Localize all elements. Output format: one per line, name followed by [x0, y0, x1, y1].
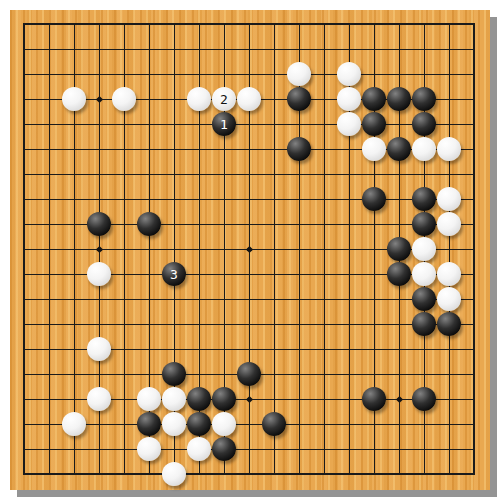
intersection-5-17[interactable]: ○ — [137, 437, 162, 462]
intersection-8-13[interactable] — [212, 337, 237, 362]
intersection-6-1[interactable] — [162, 37, 187, 62]
intersection-3-15[interactable]: ○ — [87, 387, 112, 412]
intersection-7-8[interactable] — [187, 212, 212, 237]
intersection-14-6[interactable] — [362, 162, 387, 187]
intersection-8-17[interactable]: ● — [212, 437, 237, 462]
intersection-1-5[interactable] — [37, 137, 62, 162]
intersection-15-8[interactable] — [387, 212, 412, 237]
intersection-10-1[interactable] — [262, 37, 287, 62]
intersection-3-4[interactable] — [87, 112, 112, 137]
intersection-3-6[interactable] — [87, 162, 112, 187]
intersection-6-15[interactable]: ○ — [162, 387, 187, 412]
intersection-4-1[interactable] — [112, 37, 137, 62]
intersection-8-9[interactable] — [212, 237, 237, 262]
intersection-1-16[interactable] — [37, 412, 62, 437]
intersection-3-16[interactable] — [87, 412, 112, 437]
intersection-16-12[interactable]: ● — [412, 312, 437, 337]
intersection-10-7[interactable] — [262, 187, 287, 212]
intersection-18-7[interactable] — [462, 187, 487, 212]
intersection-2-9[interactable] — [62, 237, 87, 262]
intersection-14-13[interactable] — [362, 337, 387, 362]
intersection-16-13[interactable] — [412, 337, 437, 362]
intersection-15-17[interactable] — [387, 437, 412, 462]
intersection-0-10[interactable] — [12, 262, 37, 287]
intersection-10-9[interactable] — [262, 237, 287, 262]
intersection-2-16[interactable]: ○ — [62, 412, 87, 437]
intersection-16-9[interactable]: ○ — [412, 237, 437, 262]
intersection-16-15[interactable]: ● — [412, 387, 437, 412]
intersection-15-0[interactable] — [387, 12, 412, 37]
intersection-15-6[interactable] — [387, 162, 412, 187]
intersection-13-9[interactable] — [337, 237, 362, 262]
intersection-8-7[interactable] — [212, 187, 237, 212]
intersection-0-16[interactable] — [12, 412, 37, 437]
intersection-8-11[interactable] — [212, 287, 237, 312]
intersection-8-8[interactable] — [212, 212, 237, 237]
intersection-12-1[interactable] — [312, 37, 337, 62]
intersection-17-3[interactable] — [437, 87, 462, 112]
intersection-15-14[interactable] — [387, 362, 412, 387]
intersection-8-16[interactable]: ○ — [212, 412, 237, 437]
intersection-2-5[interactable] — [62, 137, 87, 162]
intersection-16-10[interactable]: ○ — [412, 262, 437, 287]
intersection-11-3[interactable]: ● — [287, 87, 312, 112]
intersection-13-7[interactable] — [337, 187, 362, 212]
intersection-16-16[interactable] — [412, 412, 437, 437]
intersection-18-17[interactable] — [462, 437, 487, 462]
intersection-11-8[interactable] — [287, 212, 312, 237]
intersection-18-13[interactable] — [462, 337, 487, 362]
intersection-5-5[interactable] — [137, 137, 162, 162]
intersection-10-4[interactable] — [262, 112, 287, 137]
intersection-18-1[interactable] — [462, 37, 487, 62]
intersection-15-18[interactable] — [387, 462, 412, 487]
intersection-11-18[interactable] — [287, 462, 312, 487]
intersection-13-8[interactable] — [337, 212, 362, 237]
intersection-7-14[interactable] — [187, 362, 212, 387]
intersection-17-2[interactable] — [437, 62, 462, 87]
intersection-17-0[interactable] — [437, 12, 462, 37]
intersection-2-4[interactable] — [62, 112, 87, 137]
intersection-11-6[interactable] — [287, 162, 312, 187]
intersection-12-18[interactable] — [312, 462, 337, 487]
intersection-5-9[interactable] — [137, 237, 162, 262]
intersection-14-2[interactable] — [362, 62, 387, 87]
intersection-5-11[interactable] — [137, 287, 162, 312]
intersection-18-18[interactable] — [462, 462, 487, 487]
intersection-8-4[interactable]: 1 — [212, 112, 237, 137]
intersection-2-18[interactable] — [62, 462, 87, 487]
intersection-6-3[interactable] — [162, 87, 187, 112]
intersection-7-6[interactable] — [187, 162, 212, 187]
intersection-0-2[interactable] — [12, 62, 37, 87]
intersection-14-8[interactable] — [362, 212, 387, 237]
intersection-11-2[interactable]: ○ — [287, 62, 312, 87]
intersection-17-9[interactable] — [437, 237, 462, 262]
intersection-9-9[interactable] — [237, 237, 262, 262]
intersection-10-12[interactable] — [262, 312, 287, 337]
intersection-13-18[interactable] — [337, 462, 362, 487]
intersection-13-17[interactable] — [337, 437, 362, 462]
intersection-14-3[interactable]: ● — [362, 87, 387, 112]
intersection-13-4[interactable]: ○ — [337, 112, 362, 137]
intersection-9-18[interactable] — [237, 462, 262, 487]
intersection-13-14[interactable] — [337, 362, 362, 387]
intersection-4-14[interactable] — [112, 362, 137, 387]
intersection-0-1[interactable] — [12, 37, 37, 62]
intersection-13-12[interactable] — [337, 312, 362, 337]
intersection-15-12[interactable] — [387, 312, 412, 337]
intersection-5-14[interactable] — [137, 362, 162, 387]
intersection-3-5[interactable] — [87, 137, 112, 162]
intersection-1-17[interactable] — [37, 437, 62, 462]
intersection-8-5[interactable] — [212, 137, 237, 162]
intersection-17-8[interactable]: ○ — [437, 212, 462, 237]
intersection-10-13[interactable] — [262, 337, 287, 362]
intersection-17-12[interactable]: ● — [437, 312, 462, 337]
intersection-3-8[interactable]: ● — [87, 212, 112, 237]
intersection-14-0[interactable] — [362, 12, 387, 37]
intersection-17-1[interactable] — [437, 37, 462, 62]
intersection-0-12[interactable] — [12, 312, 37, 337]
intersection-12-14[interactable] — [312, 362, 337, 387]
intersection-17-7[interactable]: ○ — [437, 187, 462, 212]
intersection-9-3[interactable]: ○ — [237, 87, 262, 112]
intersection-4-15[interactable] — [112, 387, 137, 412]
intersection-4-4[interactable] — [112, 112, 137, 137]
intersection-17-11[interactable]: ○ — [437, 287, 462, 312]
intersection-5-7[interactable] — [137, 187, 162, 212]
intersection-5-18[interactable] — [137, 462, 162, 487]
intersection-9-8[interactable] — [237, 212, 262, 237]
intersection-10-3[interactable] — [262, 87, 287, 112]
intersection-5-0[interactable] — [137, 12, 162, 37]
intersection-1-1[interactable] — [37, 37, 62, 62]
intersection-9-16[interactable] — [237, 412, 262, 437]
intersection-15-16[interactable] — [387, 412, 412, 437]
intersection-10-0[interactable] — [262, 12, 287, 37]
intersection-14-16[interactable] — [362, 412, 387, 437]
intersection-6-18[interactable]: ○ — [162, 462, 187, 487]
intersection-10-5[interactable] — [262, 137, 287, 162]
intersection-3-9[interactable] — [87, 237, 112, 262]
intersection-5-12[interactable] — [137, 312, 162, 337]
intersection-16-11[interactable]: ● — [412, 287, 437, 312]
intersection-3-17[interactable] — [87, 437, 112, 462]
intersection-2-13[interactable] — [62, 337, 87, 362]
intersection-15-7[interactable] — [387, 187, 412, 212]
intersection-11-10[interactable] — [287, 262, 312, 287]
intersection-17-18[interactable] — [437, 462, 462, 487]
intersection-14-14[interactable] — [362, 362, 387, 387]
intersection-7-9[interactable] — [187, 237, 212, 262]
intersection-9-6[interactable] — [237, 162, 262, 187]
intersection-7-2[interactable] — [187, 62, 212, 87]
intersection-1-8[interactable] — [37, 212, 62, 237]
intersection-10-16[interactable]: ● — [262, 412, 287, 437]
intersection-3-13[interactable]: ○ — [87, 337, 112, 362]
intersection-6-9[interactable] — [162, 237, 187, 262]
intersection-12-3[interactable] — [312, 87, 337, 112]
intersection-13-15[interactable] — [337, 387, 362, 412]
intersection-2-12[interactable] — [62, 312, 87, 337]
intersection-11-16[interactable] — [287, 412, 312, 437]
intersection-9-1[interactable] — [237, 37, 262, 62]
intersection-6-4[interactable] — [162, 112, 187, 137]
intersection-0-15[interactable] — [12, 387, 37, 412]
intersection-10-11[interactable] — [262, 287, 287, 312]
intersection-8-12[interactable] — [212, 312, 237, 337]
intersection-15-13[interactable] — [387, 337, 412, 362]
intersection-15-2[interactable] — [387, 62, 412, 87]
intersection-2-3[interactable]: ○ — [62, 87, 87, 112]
intersection-9-13[interactable] — [237, 337, 262, 362]
intersection-11-13[interactable] — [287, 337, 312, 362]
intersection-4-8[interactable] — [112, 212, 137, 237]
intersection-10-14[interactable] — [262, 362, 287, 387]
intersection-12-12[interactable] — [312, 312, 337, 337]
intersection-4-5[interactable] — [112, 137, 137, 162]
intersection-10-8[interactable] — [262, 212, 287, 237]
intersection-0-6[interactable] — [12, 162, 37, 187]
intersection-7-3[interactable]: ○ — [187, 87, 212, 112]
intersection-11-12[interactable] — [287, 312, 312, 337]
intersection-15-11[interactable] — [387, 287, 412, 312]
intersection-5-16[interactable]: ● — [137, 412, 162, 437]
intersection-17-15[interactable] — [437, 387, 462, 412]
intersection-7-5[interactable] — [187, 137, 212, 162]
intersection-12-6[interactable] — [312, 162, 337, 187]
intersection-1-11[interactable] — [37, 287, 62, 312]
intersection-16-4[interactable]: ● — [412, 112, 437, 137]
intersection-4-2[interactable] — [112, 62, 137, 87]
intersection-13-3[interactable]: ○ — [337, 87, 362, 112]
intersection-3-2[interactable] — [87, 62, 112, 87]
intersection-14-15[interactable]: ● — [362, 387, 387, 412]
intersection-12-0[interactable] — [312, 12, 337, 37]
intersection-2-0[interactable] — [62, 12, 87, 37]
intersection-9-14[interactable]: ● — [237, 362, 262, 387]
intersection-12-11[interactable] — [312, 287, 337, 312]
intersection-7-11[interactable] — [187, 287, 212, 312]
intersection-2-6[interactable] — [62, 162, 87, 187]
intersection-10-6[interactable] — [262, 162, 287, 187]
intersection-10-17[interactable] — [262, 437, 287, 462]
intersection-12-8[interactable] — [312, 212, 337, 237]
intersection-1-18[interactable] — [37, 462, 62, 487]
intersection-16-6[interactable] — [412, 162, 437, 187]
intersection-13-0[interactable] — [337, 12, 362, 37]
intersection-11-0[interactable] — [287, 12, 312, 37]
intersection-4-10[interactable] — [112, 262, 137, 287]
intersection-17-14[interactable] — [437, 362, 462, 387]
intersection-11-1[interactable] — [287, 37, 312, 62]
intersection-2-15[interactable] — [62, 387, 87, 412]
intersection-2-11[interactable] — [62, 287, 87, 312]
intersection-15-1[interactable] — [387, 37, 412, 62]
intersection-12-4[interactable] — [312, 112, 337, 137]
intersection-13-5[interactable] — [337, 137, 362, 162]
intersection-12-5[interactable] — [312, 137, 337, 162]
intersection-11-7[interactable] — [287, 187, 312, 212]
intersection-3-11[interactable] — [87, 287, 112, 312]
intersection-7-17[interactable]: ○ — [187, 437, 212, 462]
intersection-12-7[interactable] — [312, 187, 337, 212]
intersection-18-9[interactable] — [462, 237, 487, 262]
intersection-16-14[interactable] — [412, 362, 437, 387]
intersection-5-10[interactable] — [137, 262, 162, 287]
intersection-9-0[interactable] — [237, 12, 262, 37]
intersection-7-4[interactable] — [187, 112, 212, 137]
intersection-2-17[interactable] — [62, 437, 87, 462]
intersection-12-10[interactable] — [312, 262, 337, 287]
intersection-16-5[interactable]: ○ — [412, 137, 437, 162]
intersection-0-11[interactable] — [12, 287, 37, 312]
intersection-12-16[interactable] — [312, 412, 337, 437]
intersection-16-7[interactable]: ● — [412, 187, 437, 212]
intersection-3-1[interactable] — [87, 37, 112, 62]
intersection-2-1[interactable] — [62, 37, 87, 62]
intersection-18-6[interactable] — [462, 162, 487, 187]
intersection-18-14[interactable] — [462, 362, 487, 387]
intersection-17-17[interactable] — [437, 437, 462, 462]
intersection-2-2[interactable] — [62, 62, 87, 87]
intersection-8-3[interactable]: 2 — [212, 87, 237, 112]
intersection-2-8[interactable] — [62, 212, 87, 237]
intersection-1-10[interactable] — [37, 262, 62, 287]
intersection-6-8[interactable] — [162, 212, 187, 237]
intersection-18-12[interactable] — [462, 312, 487, 337]
intersection-18-3[interactable] — [462, 87, 487, 112]
intersection-16-18[interactable] — [412, 462, 437, 487]
intersection-5-4[interactable] — [137, 112, 162, 137]
intersection-1-7[interactable] — [37, 187, 62, 212]
intersection-13-6[interactable] — [337, 162, 362, 187]
intersection-8-0[interactable] — [212, 12, 237, 37]
intersection-6-5[interactable] — [162, 137, 187, 162]
intersection-15-9[interactable]: ● — [387, 237, 412, 262]
intersection-7-0[interactable] — [187, 12, 212, 37]
intersection-3-14[interactable] — [87, 362, 112, 387]
intersection-9-10[interactable] — [237, 262, 262, 287]
intersection-11-14[interactable] — [287, 362, 312, 387]
intersection-4-7[interactable] — [112, 187, 137, 212]
intersection-9-12[interactable] — [237, 312, 262, 337]
intersection-7-10[interactable] — [187, 262, 212, 287]
intersection-10-18[interactable] — [262, 462, 287, 487]
intersection-6-17[interactable] — [162, 437, 187, 462]
intersection-3-10[interactable]: ○ — [87, 262, 112, 287]
intersection-4-3[interactable]: ○ — [112, 87, 137, 112]
intersection-3-12[interactable] — [87, 312, 112, 337]
intersection-5-13[interactable] — [137, 337, 162, 362]
intersection-12-2[interactable] — [312, 62, 337, 87]
intersection-18-4[interactable] — [462, 112, 487, 137]
intersection-18-10[interactable] — [462, 262, 487, 287]
intersection-17-4[interactable] — [437, 112, 462, 137]
intersection-10-10[interactable] — [262, 262, 287, 287]
intersection-7-13[interactable] — [187, 337, 212, 362]
intersection-8-15[interactable]: ● — [212, 387, 237, 412]
intersection-6-10[interactable]: 3 — [162, 262, 187, 287]
intersection-0-4[interactable] — [12, 112, 37, 137]
intersection-12-17[interactable] — [312, 437, 337, 462]
intersection-4-0[interactable] — [112, 12, 137, 37]
intersection-1-2[interactable] — [37, 62, 62, 87]
intersection-13-10[interactable] — [337, 262, 362, 287]
intersection-8-6[interactable] — [212, 162, 237, 187]
intersection-13-2[interactable]: ○ — [337, 62, 362, 87]
intersection-14-17[interactable] — [362, 437, 387, 462]
intersection-14-7[interactable]: ● — [362, 187, 387, 212]
intersection-1-14[interactable] — [37, 362, 62, 387]
intersection-13-1[interactable] — [337, 37, 362, 62]
intersection-1-15[interactable] — [37, 387, 62, 412]
intersection-7-1[interactable] — [187, 37, 212, 62]
intersection-0-3[interactable] — [12, 87, 37, 112]
intersection-4-17[interactable] — [112, 437, 137, 462]
intersection-3-18[interactable] — [87, 462, 112, 487]
intersection-5-1[interactable] — [137, 37, 162, 62]
intersection-6-11[interactable] — [162, 287, 187, 312]
intersection-1-6[interactable] — [37, 162, 62, 187]
intersection-14-10[interactable] — [362, 262, 387, 287]
intersection-7-15[interactable]: ● — [187, 387, 212, 412]
intersection-4-9[interactable] — [112, 237, 137, 262]
intersection-14-5[interactable]: ○ — [362, 137, 387, 162]
intersection-6-16[interactable]: ○ — [162, 412, 187, 437]
intersection-12-13[interactable] — [312, 337, 337, 362]
intersection-7-12[interactable] — [187, 312, 212, 337]
intersection-18-16[interactable] — [462, 412, 487, 437]
intersection-4-18[interactable] — [112, 462, 137, 487]
intersection-9-7[interactable] — [237, 187, 262, 212]
intersection-14-18[interactable] — [362, 462, 387, 487]
intersection-17-10[interactable]: ○ — [437, 262, 462, 287]
intersection-7-18[interactable] — [187, 462, 212, 487]
intersection-8-14[interactable] — [212, 362, 237, 387]
intersection-16-0[interactable] — [412, 12, 437, 37]
intersection-8-1[interactable] — [212, 37, 237, 62]
intersection-10-2[interactable] — [262, 62, 287, 87]
intersection-1-12[interactable] — [37, 312, 62, 337]
intersection-4-13[interactable] — [112, 337, 137, 362]
intersection-11-5[interactable]: ● — [287, 137, 312, 162]
intersection-5-3[interactable] — [137, 87, 162, 112]
intersection-4-11[interactable] — [112, 287, 137, 312]
intersection-0-13[interactable] — [12, 337, 37, 362]
intersection-13-13[interactable] — [337, 337, 362, 362]
intersection-3-7[interactable] — [87, 187, 112, 212]
intersection-14-12[interactable] — [362, 312, 387, 337]
intersection-0-17[interactable] — [12, 437, 37, 462]
intersection-6-13[interactable] — [162, 337, 187, 362]
intersection-14-1[interactable] — [362, 37, 387, 62]
intersection-18-2[interactable] — [462, 62, 487, 87]
intersection-5-15[interactable]: ○ — [137, 387, 162, 412]
intersection-2-14[interactable] — [62, 362, 87, 387]
intersection-14-11[interactable] — [362, 287, 387, 312]
intersection-15-3[interactable]: ● — [387, 87, 412, 112]
intersection-1-9[interactable] — [37, 237, 62, 262]
intersection-9-11[interactable] — [237, 287, 262, 312]
intersection-6-14[interactable]: ● — [162, 362, 187, 387]
intersection-8-18[interactable] — [212, 462, 237, 487]
intersection-7-16[interactable]: ● — [187, 412, 212, 437]
intersection-11-9[interactable] — [287, 237, 312, 262]
intersection-9-2[interactable] — [237, 62, 262, 87]
intersection-14-9[interactable] — [362, 237, 387, 262]
